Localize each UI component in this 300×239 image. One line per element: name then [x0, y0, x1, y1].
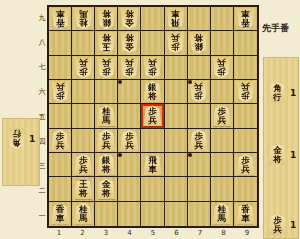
square-6四[interactable]	[165, 129, 188, 153]
square-6六[interactable]	[165, 80, 188, 104]
sente-piece-歩兵[interactable]: 歩兵	[74, 57, 93, 78]
gote-piece-桂馬[interactable]: 桂馬	[74, 203, 93, 224]
gote-hand-角行[interactable]: 角行1	[7, 128, 35, 149]
gote-hand-piece-角行[interactable]: 角行	[7, 128, 26, 149]
square-3二[interactable]: 金将	[95, 177, 118, 201]
square-1五[interactable]	[49, 104, 72, 128]
rank-label-七: 七	[38, 62, 46, 72]
gote-piece-香車[interactable]: 香車	[51, 203, 70, 224]
square-7一[interactable]	[188, 202, 211, 226]
square-2八[interactable]	[72, 31, 95, 55]
square-5五[interactable]: 歩兵	[141, 104, 164, 128]
file-label-1: 1	[54, 229, 64, 238]
sente-hand-piece-金将[interactable]: 金将	[268, 144, 287, 165]
sente-piece-銀将[interactable]: 銀将	[97, 8, 116, 29]
square-2七[interactable]: 歩兵	[72, 56, 95, 80]
square-4八[interactable]: 金将	[118, 31, 141, 55]
sente-piece-歩兵[interactable]: 歩兵	[51, 81, 70, 102]
square-2六[interactable]	[72, 80, 95, 104]
square-9六[interactable]: 歩兵	[234, 80, 257, 104]
sente-hand-piece-歩兵[interactable]: 歩兵	[268, 214, 287, 235]
square-1一[interactable]: 香車	[49, 202, 72, 226]
square-3三[interactable]: 銀将	[95, 153, 118, 177]
rank-label-六: 六	[38, 87, 46, 97]
sente-piece-金将[interactable]: 金将	[120, 32, 139, 53]
square-6七[interactable]	[165, 56, 188, 80]
square-5四[interactable]	[141, 129, 164, 153]
gote-piece-王将[interactable]: 王将	[74, 178, 93, 199]
square-9四[interactable]	[234, 129, 257, 153]
square-4二[interactable]	[118, 177, 141, 201]
square-9八[interactable]	[234, 31, 257, 55]
square-7九[interactable]	[188, 7, 211, 31]
square-5三[interactable]: 飛車	[141, 153, 164, 177]
file-label-2: 2	[78, 229, 88, 238]
square-8三[interactable]	[211, 153, 234, 177]
square-1六[interactable]: 歩兵	[49, 80, 72, 104]
square-8六[interactable]	[211, 80, 234, 104]
square-1八[interactable]	[49, 31, 72, 55]
rank-label-二: 二	[38, 186, 46, 196]
square-4六[interactable]	[118, 80, 141, 104]
sente-piece-歩兵[interactable]: 歩兵	[236, 81, 255, 102]
hand-piece-count: 1	[290, 150, 296, 160]
file-label-4: 4	[125, 229, 135, 238]
square-6九[interactable]: 飛車	[165, 7, 188, 31]
file-label-6: 6	[172, 229, 182, 238]
gote-piece-歩兵[interactable]: 歩兵	[189, 130, 208, 151]
sente-piece-金将[interactable]: 金将	[120, 8, 139, 29]
sente-hand-金将[interactable]: 金将1	[268, 144, 296, 165]
sente-piece-玉将[interactable]: 玉将	[97, 32, 116, 53]
gote-piece-stand: 角行1	[2, 118, 40, 186]
square-7二[interactable]	[188, 177, 211, 201]
square-9二[interactable]	[234, 177, 257, 201]
square-3八[interactable]: 玉将	[95, 31, 118, 55]
gote-piece-歩兵[interactable]: 歩兵	[236, 154, 255, 175]
gote-piece-歩兵[interactable]: 歩兵	[212, 105, 231, 126]
square-5九[interactable]	[141, 7, 164, 31]
square-8五[interactable]: 歩兵	[211, 104, 234, 128]
square-4七[interactable]: 歩兵	[118, 56, 141, 80]
gote-piece-銀将[interactable]: 銀将	[143, 81, 162, 102]
rank-label-一: 一	[38, 211, 46, 221]
square-1七[interactable]	[49, 56, 72, 80]
square-7四[interactable]: 歩兵	[188, 129, 211, 153]
gote-piece-歩兵[interactable]: 歩兵	[74, 154, 93, 175]
square-1九[interactable]: 香車	[49, 7, 72, 31]
sente-hand-歩兵[interactable]: 歩兵1	[268, 214, 296, 235]
square-9七[interactable]	[234, 56, 257, 80]
sente-hand-piece-角行[interactable]: 角行	[268, 82, 287, 103]
square-6一[interactable]	[165, 202, 188, 226]
square-2三[interactable]: 歩兵	[72, 153, 95, 177]
gote-piece-歩兵[interactable]: 歩兵	[97, 130, 116, 151]
rank-label-九: 九	[38, 13, 46, 23]
file-label-9: 9	[242, 229, 252, 238]
square-9三[interactable]: 歩兵	[234, 153, 257, 177]
gote-piece-桂馬[interactable]: 桂馬	[212, 203, 231, 224]
square-3一[interactable]	[95, 202, 118, 226]
square-4四[interactable]: 歩兵	[118, 129, 141, 153]
file-label-8: 8	[219, 229, 229, 238]
square-8二[interactable]	[211, 177, 234, 201]
square-5二[interactable]	[141, 177, 164, 201]
sente-piece-歩兵[interactable]: 歩兵	[166, 32, 185, 53]
square-8七[interactable]: 歩兵	[211, 56, 234, 80]
gote-piece-桂馬[interactable]: 桂馬	[97, 105, 116, 126]
square-1四[interactable]: 歩兵	[49, 129, 72, 153]
square-2五[interactable]	[72, 104, 95, 128]
turn-indicator: 先手番	[262, 22, 300, 35]
sente-piece-歩兵[interactable]: 歩兵	[97, 57, 116, 78]
sente-piece-香車[interactable]: 香車	[236, 8, 255, 29]
square-5七[interactable]: 歩兵	[141, 56, 164, 80]
square-5八[interactable]	[141, 31, 164, 55]
square-6三[interactable]	[165, 153, 188, 177]
square-3七[interactable]: 歩兵	[95, 56, 118, 80]
square-7七[interactable]	[188, 56, 211, 80]
square-6八[interactable]: 歩兵	[165, 31, 188, 55]
square-9九[interactable]: 香車	[234, 7, 257, 31]
square-4九[interactable]: 金将	[118, 7, 141, 31]
square-4三[interactable]	[118, 153, 141, 177]
hand-piece-count: 1	[290, 220, 296, 230]
square-4五[interactable]	[118, 104, 141, 128]
hoshi-dot	[188, 80, 192, 84]
gote-piece-歩兵[interactable]: 歩兵	[143, 105, 162, 126]
square-9一[interactable]: 香車	[234, 202, 257, 226]
sente-piece-香車[interactable]: 香車	[51, 8, 70, 29]
square-3九[interactable]: 銀将	[95, 7, 118, 31]
square-8一[interactable]: 桂馬	[211, 202, 234, 226]
square-6二[interactable]	[165, 177, 188, 201]
gote-piece-飛車[interactable]: 飛車	[143, 154, 162, 175]
gote-piece-銀将[interactable]: 銀将	[97, 154, 116, 175]
square-8八[interactable]	[211, 31, 234, 55]
square-8四[interactable]	[211, 129, 234, 153]
sente-hand-角行[interactable]: 角行1	[268, 82, 296, 103]
square-2四[interactable]	[72, 129, 95, 153]
square-1二[interactable]	[49, 177, 72, 201]
sente-piece-銀将[interactable]: 銀将	[189, 32, 208, 53]
sente-piece-飛車[interactable]: 飛車	[166, 8, 185, 29]
gote-piece-香車[interactable]: 香車	[236, 203, 255, 224]
square-3六[interactable]	[95, 80, 118, 104]
square-5一[interactable]	[141, 202, 164, 226]
square-2一[interactable]: 桂馬	[72, 202, 95, 226]
file-label-7: 7	[195, 229, 205, 238]
shogi-board: 香車桂馬銀将金将飛車香車玉将金将歩兵銀将歩兵歩兵歩兵歩兵歩兵歩兵銀将歩兵歩兵桂馬…	[47, 5, 259, 228]
sente-piece-stand: 角行1金将1歩兵1	[263, 57, 299, 239]
square-3五[interactable]: 桂馬	[95, 104, 118, 128]
square-1三[interactable]	[49, 153, 72, 177]
square-7五[interactable]	[188, 104, 211, 128]
hand-piece-count: 1	[29, 134, 35, 144]
file-label-3: 3	[101, 229, 111, 238]
square-9五[interactable]	[234, 104, 257, 128]
gote-piece-歩兵[interactable]: 歩兵	[120, 130, 139, 151]
square-6五[interactable]	[165, 104, 188, 128]
file-label-5: 5	[148, 229, 158, 238]
gote-piece-歩兵[interactable]: 歩兵	[51, 130, 70, 151]
square-5六[interactable]: 銀将	[141, 80, 164, 104]
hand-piece-count: 1	[290, 88, 296, 98]
square-2二[interactable]: 王将	[72, 177, 95, 201]
sente-piece-歩兵[interactable]: 歩兵	[189, 81, 208, 102]
rank-label-八: 八	[38, 37, 46, 47]
square-7八[interactable]: 銀将	[188, 31, 211, 55]
square-8九[interactable]	[211, 7, 234, 31]
sente-piece-歩兵[interactable]: 歩兵	[143, 57, 162, 78]
square-2九[interactable]: 桂馬	[72, 7, 95, 31]
sente-piece-歩兵[interactable]: 歩兵	[120, 57, 139, 78]
square-3四[interactable]: 歩兵	[95, 129, 118, 153]
square-4一[interactable]	[118, 202, 141, 226]
sente-piece-桂馬[interactable]: 桂馬	[74, 8, 93, 29]
hoshi-dot	[188, 153, 192, 157]
sente-piece-歩兵[interactable]: 歩兵	[212, 57, 231, 78]
gote-piece-金将[interactable]: 金将	[97, 178, 116, 199]
